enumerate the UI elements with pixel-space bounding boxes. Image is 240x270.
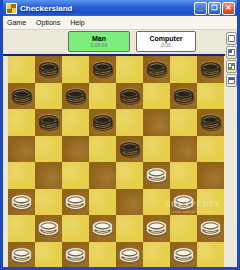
main-area: Man 0:00:00 Computer 0:00 ⛂⛂⛂⛂⛂⛂⛂⛂⛂⛂⛂⛂⛂⛂… [3,30,237,268]
black-checker-piece[interactable]: ⛂ [200,56,221,80]
board-square-e4[interactable] [116,162,143,189]
board-square-a5[interactable] [8,136,35,163]
window-with-panel-icon [228,49,235,56]
black-checker-piece[interactable]: ⛂ [92,109,113,133]
maximize-button[interactable]: ❐ [208,2,221,15]
board-square-a1[interactable]: ⛂ [8,242,35,269]
board-square-b3[interactable] [35,189,62,216]
white-checker-piece[interactable]: ⛂ [173,189,194,213]
board-square-a3[interactable]: ⛂ [8,189,35,216]
board-square-f1[interactable] [143,242,170,269]
player-man-button[interactable]: Man 0:00:00 [68,31,130,52]
board-square-f3[interactable] [143,189,170,216]
board-square-h3[interactable] [197,189,224,216]
menu-game[interactable]: Game [7,19,26,26]
black-checker-piece[interactable]: ⛂ [65,83,86,107]
board-square-b7[interactable] [35,83,62,110]
checkers-app-icon [6,3,17,14]
player-computer-button[interactable]: Computer 0:00 [136,31,196,52]
board-square-f4[interactable]: ⛂ [143,162,170,189]
board-square-d1[interactable] [89,242,116,269]
board-square-h7[interactable] [197,83,224,110]
player-computer-clock: 0:00 [161,43,171,48]
board-square-d2[interactable]: ⛂ [89,215,116,242]
board-square-a4[interactable] [8,162,35,189]
side-button-3[interactable] [226,60,237,73]
side-button-1[interactable] [226,32,237,45]
board-square-c4[interactable] [62,162,89,189]
board-square-h5[interactable] [197,136,224,163]
board-square-c6[interactable] [62,109,89,136]
white-checker-piece[interactable]: ⛂ [11,242,32,266]
checkersland-window: Checkersland _ ❐ ✕ Game Options Help Man… [0,0,240,270]
board-square-e6[interactable] [116,109,143,136]
board-square-f8[interactable]: ⛂ [143,56,170,83]
black-checker-piece[interactable]: ⛂ [173,83,194,107]
board-square-g6[interactable] [170,109,197,136]
board-square-a6[interactable] [8,109,35,136]
board-square-g3[interactable]: ⛂ [170,189,197,216]
black-checker-piece[interactable]: ⛂ [200,109,221,133]
board-square-c2[interactable] [62,215,89,242]
board-square-h2[interactable]: ⛂ [197,215,224,242]
board-square-h6[interactable]: ⛂ [197,109,224,136]
black-checker-piece[interactable]: ⛂ [38,109,59,133]
black-checker-piece[interactable]: ⛂ [92,56,113,80]
board-square-c3[interactable]: ⛂ [62,189,89,216]
board-square-e8[interactable] [116,56,143,83]
white-checker-piece[interactable]: ⛂ [92,215,113,239]
board-square-e1[interactable]: ⛂ [116,242,143,269]
white-checker-piece[interactable]: ⛂ [146,215,167,239]
white-checker-piece[interactable]: ⛂ [173,242,194,266]
white-checker-piece[interactable]: ⛂ [146,162,167,186]
black-checker-piece[interactable]: ⛂ [38,56,59,80]
board-square-b5[interactable] [35,136,62,163]
board-square-d7[interactable] [89,83,116,110]
player-man-label: Man [92,35,106,42]
window-outline-icon [228,35,235,42]
board-square-g8[interactable] [170,56,197,83]
board-square-g4[interactable] [170,162,197,189]
board-square-h4[interactable] [197,162,224,189]
board-square-e2[interactable] [116,215,143,242]
minimize-button[interactable]: _ [194,2,207,15]
board-square-f2[interactable]: ⛂ [143,215,170,242]
board-square-c8[interactable] [62,56,89,83]
window-title: Checkersland [20,4,193,13]
white-checker-piece[interactable]: ⛂ [65,189,86,213]
board-area: ⛂⛂⛂⛂⛂⛂⛂⛂⛂⛂⛂⛂⛂⛂⛂⛂⛂⛂⛂⛂⛂⛂⛂⛂ SOFTPEDIA www.s… [8,56,225,268]
board-square-e7[interactable]: ⛂ [116,83,143,110]
board-square-b8[interactable]: ⛂ [35,56,62,83]
board-square-g1[interactable]: ⛂ [170,242,197,269]
black-checker-piece[interactable]: ⛂ [146,56,167,80]
white-checker-piece[interactable]: ⛂ [200,215,221,239]
board-square-g7[interactable]: ⛂ [170,83,197,110]
white-checker-piece[interactable]: ⛂ [11,189,32,213]
white-checker-piece[interactable]: ⛂ [38,215,59,239]
black-checker-piece[interactable]: ⛂ [119,83,140,107]
white-checker-piece[interactable]: ⛂ [119,242,140,266]
title-bar[interactable]: Checkersland _ ❐ ✕ [3,0,237,16]
board-square-g5[interactable] [170,136,197,163]
board-square-g2[interactable] [170,215,197,242]
board-square-b2[interactable]: ⛂ [35,215,62,242]
side-toolbar [225,30,237,268]
board-square-d4[interactable] [89,162,116,189]
checkers-board: ⛂⛂⛂⛂⛂⛂⛂⛂⛂⛂⛂⛂⛂⛂⛂⛂⛂⛂⛂⛂⛂⛂⛂⛂ [8,56,224,268]
board-square-h1[interactable] [197,242,224,269]
board-square-c7[interactable]: ⛂ [62,83,89,110]
board-square-d8[interactable]: ⛂ [89,56,116,83]
board-square-b4[interactable] [35,162,62,189]
player-man-clock: 0:00:00 [91,43,108,48]
board-square-f5[interactable] [143,136,170,163]
board-square-d3[interactable] [89,189,116,216]
board-square-h8[interactable]: ⛂ [197,56,224,83]
player-panel: Man 0:00:00 Computer 0:00 [3,30,225,53]
white-checker-piece[interactable]: ⛂ [65,242,86,266]
board-square-a2[interactable] [8,215,35,242]
window-with-titlebar-icon [228,77,235,84]
menu-help[interactable]: Help [70,19,84,26]
board-square-f7[interactable] [143,83,170,110]
black-checker-piece[interactable]: ⛂ [11,83,32,107]
board-square-b1[interactable] [35,242,62,269]
board-thumbnail-icon [228,63,235,70]
menu-options[interactable]: Options [36,19,60,26]
board-square-c5[interactable] [62,136,89,163]
side-button-4[interactable] [226,74,237,87]
board-square-d5[interactable] [89,136,116,163]
close-button[interactable]: ✕ [222,2,235,15]
board-square-e3[interactable] [116,189,143,216]
player-computer-label: Computer [149,35,182,42]
board-square-d6[interactable]: ⛂ [89,109,116,136]
board-square-a7[interactable]: ⛂ [8,83,35,110]
board-column: Man 0:00:00 Computer 0:00 ⛂⛂⛂⛂⛂⛂⛂⛂⛂⛂⛂⛂⛂⛂… [3,30,225,268]
board-square-c1[interactable]: ⛂ [62,242,89,269]
menu-bar: Game Options Help [3,16,237,30]
side-button-2[interactable] [226,46,237,59]
board-square-a8[interactable] [8,56,35,83]
board-square-e5[interactable]: ⛂ [116,136,143,163]
black-checker-piece[interactable]: ⛂ [119,136,140,160]
board-square-f6[interactable] [143,109,170,136]
board-square-b6[interactable]: ⛂ [35,109,62,136]
